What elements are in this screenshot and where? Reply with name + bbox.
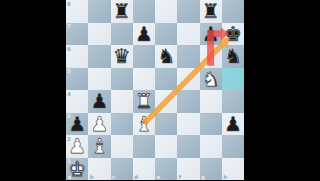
square-f5[interactable] <box>177 68 199 91</box>
square-b6[interactable] <box>88 45 110 68</box>
square-c1[interactable]: c <box>111 158 133 181</box>
square-f6[interactable] <box>177 45 199 68</box>
black-rook-g8[interactable]: ♜ <box>200 0 222 23</box>
file-label-c: c <box>112 174 115 180</box>
square-b2[interactable]: ♝ <box>88 135 110 158</box>
black-queen-c6[interactable]: ♛ <box>111 45 133 68</box>
square-g1[interactable]: g <box>200 158 222 181</box>
square-b5[interactable] <box>88 68 110 91</box>
square-e8[interactable] <box>155 0 177 23</box>
square-d7[interactable]: ♟ <box>133 23 155 46</box>
white-bishop-d3[interactable]: ♝ <box>133 113 155 136</box>
square-a1[interactable]: 1a♚ <box>66 158 88 181</box>
black-pawn-a3[interactable]: ♟ <box>66 113 88 136</box>
square-g2[interactable] <box>200 135 222 158</box>
file-label-e: e <box>157 174 161 180</box>
square-h3[interactable]: ♟ <box>222 113 244 136</box>
square-g7[interactable]: ♟ <box>200 23 222 46</box>
square-e2[interactable] <box>155 135 177 158</box>
black-pawn-g7[interactable]: ♟ <box>200 23 222 46</box>
square-h5[interactable] <box>222 68 244 91</box>
square-e6[interactable]: ♞ <box>155 45 177 68</box>
rank-label-7: 7 <box>67 23 71 29</box>
rank-label-8: 8 <box>67 1 71 7</box>
white-pawn-b3[interactable]: ♟ <box>88 113 110 136</box>
square-c3[interactable] <box>111 113 133 136</box>
letterbox-left <box>0 0 66 180</box>
square-e4[interactable] <box>155 90 177 113</box>
black-pawn-h3[interactable]: ♟ <box>222 113 244 136</box>
highlight-h5 <box>222 68 244 91</box>
square-d1[interactable]: d <box>133 158 155 181</box>
square-h2[interactable] <box>222 135 244 158</box>
white-knight-g5[interactable]: ♞ <box>200 68 222 91</box>
video-frame: 8♜♜7♟♟♚6♛♞♞5♞4♟♜3♟♟♝♟2♟♝1a♚bcdefgh <box>0 0 320 180</box>
square-c7[interactable] <box>111 23 133 46</box>
black-pawn-d7[interactable]: ♟ <box>133 23 155 46</box>
square-h7[interactable]: ♚ <box>222 23 244 46</box>
square-c2[interactable] <box>111 135 133 158</box>
square-b4[interactable]: ♟ <box>88 90 110 113</box>
file-label-f: f <box>179 174 181 180</box>
square-d3[interactable]: ♝ <box>133 113 155 136</box>
chess-board[interactable]: 8♜♜7♟♟♚6♛♞♞5♞4♟♜3♟♟♝♟2♟♝1a♚bcdefgh <box>66 0 244 180</box>
square-e1[interactable]: e <box>155 158 177 181</box>
square-g3[interactable] <box>200 113 222 136</box>
black-pawn-b4[interactable]: ♟ <box>88 90 110 113</box>
square-f3[interactable] <box>177 113 199 136</box>
square-d5[interactable] <box>133 68 155 91</box>
square-b3[interactable]: ♟ <box>88 113 110 136</box>
white-bishop-b2[interactable]: ♝ <box>88 135 110 158</box>
square-e3[interactable] <box>155 113 177 136</box>
square-d8[interactable] <box>133 0 155 23</box>
rank-label-6: 6 <box>67 46 71 52</box>
square-d4[interactable]: ♜ <box>133 90 155 113</box>
square-g5[interactable]: ♞ <box>200 68 222 91</box>
black-king-h7[interactable]: ♚ <box>222 23 244 46</box>
file-label-g: g <box>201 174 205 180</box>
square-c5[interactable] <box>111 68 133 91</box>
square-g8[interactable]: ♜ <box>200 0 222 23</box>
white-rook-d4[interactable]: ♜ <box>133 90 155 113</box>
square-f2[interactable] <box>177 135 199 158</box>
square-a4[interactable]: 4 <box>66 90 88 113</box>
square-h8[interactable] <box>222 0 244 23</box>
square-f1[interactable]: f <box>177 158 199 181</box>
square-b1[interactable]: b <box>88 158 110 181</box>
square-c4[interactable] <box>111 90 133 113</box>
square-c6[interactable]: ♛ <box>111 45 133 68</box>
black-knight-e6[interactable]: ♞ <box>155 45 177 68</box>
square-f7[interactable] <box>177 23 199 46</box>
square-a7[interactable]: 7 <box>66 23 88 46</box>
square-f8[interactable] <box>177 0 199 23</box>
square-e7[interactable] <box>155 23 177 46</box>
square-h1[interactable]: h <box>222 158 244 181</box>
square-a8[interactable]: 8 <box>66 0 88 23</box>
square-a5[interactable]: 5 <box>66 68 88 91</box>
square-g6[interactable] <box>200 45 222 68</box>
square-g4[interactable] <box>200 90 222 113</box>
rank-label-5: 5 <box>67 68 71 74</box>
square-d2[interactable] <box>133 135 155 158</box>
letterbox-right <box>244 0 320 180</box>
square-b7[interactable] <box>88 23 110 46</box>
square-h6[interactable]: ♞ <box>222 45 244 68</box>
square-f4[interactable] <box>177 90 199 113</box>
black-rook-c8[interactable]: ♜ <box>111 0 133 23</box>
rank-label-4: 4 <box>67 91 71 97</box>
square-d6[interactable] <box>133 45 155 68</box>
white-king-a1[interactable]: ♚ <box>66 158 88 181</box>
square-a2[interactable]: 2♟ <box>66 135 88 158</box>
square-h4[interactable] <box>222 90 244 113</box>
file-label-b: b <box>90 174 94 180</box>
file-label-h: h <box>223 174 227 180</box>
square-c8[interactable]: ♜ <box>111 0 133 23</box>
black-knight-h6[interactable]: ♞ <box>222 45 244 68</box>
square-a6[interactable]: 6 <box>66 45 88 68</box>
square-b8[interactable] <box>88 0 110 23</box>
square-a3[interactable]: 3♟ <box>66 113 88 136</box>
white-pawn-a2[interactable]: ♟ <box>66 135 88 158</box>
square-e5[interactable] <box>155 68 177 91</box>
file-label-d: d <box>134 174 138 180</box>
